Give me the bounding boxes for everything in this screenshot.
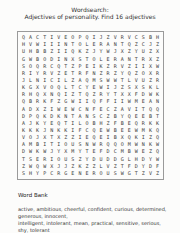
grid-cell: A: [76, 113, 83, 120]
grid-cell: X: [48, 163, 55, 170]
grid-cell: F: [133, 91, 140, 98]
grid-cell: Q: [83, 34, 90, 41]
grid-cell: K: [76, 163, 83, 170]
grid-cell: Z: [69, 63, 76, 70]
grid-cell: D: [91, 156, 98, 163]
grid-cell: W: [126, 98, 133, 105]
grid-cell: J: [34, 134, 41, 141]
grid-cell: D: [105, 156, 112, 163]
grid-cell: I: [91, 34, 98, 41]
grid-cell: Z: [133, 70, 140, 77]
grid-cell: V: [126, 106, 133, 113]
grid-cell: C: [112, 148, 119, 155]
grid-cell: Y: [133, 48, 140, 55]
grid-cell: X: [34, 84, 41, 91]
grid-cell: K: [55, 127, 62, 134]
grid-cell: G: [62, 98, 69, 105]
grid-cell: V: [119, 63, 126, 70]
grid-cell: K: [147, 120, 154, 127]
grid-cell: L: [76, 120, 83, 127]
grid-cell: Z: [91, 163, 98, 170]
grid-cell: Z: [147, 148, 154, 155]
grid-cell: Q: [105, 141, 112, 148]
page-title: Wordsearch: Adjectives of personality. F…: [0, 6, 180, 20]
grid-cell: X: [147, 70, 154, 77]
grid-cell: Q: [83, 77, 90, 84]
grid-cell: X: [69, 55, 76, 62]
grid-cell: Q: [91, 127, 98, 134]
grid-cell: X: [147, 55, 154, 62]
grid-cell: R: [112, 63, 119, 70]
grid-cell: S: [76, 55, 83, 62]
grid-cell: M: [91, 77, 98, 84]
grid-cell: O: [27, 63, 34, 70]
grid-cell: P: [27, 113, 34, 120]
grid-cell: E: [83, 170, 90, 177]
grid-cell: D: [27, 106, 34, 113]
grid-cell: Y: [105, 91, 112, 98]
grid-cell: W: [133, 148, 140, 155]
grid-cell: I: [76, 134, 83, 141]
grid-cell: G: [27, 84, 34, 91]
grid-cell: N: [48, 127, 55, 134]
grid-cell: R: [91, 170, 98, 177]
grid-cell: T: [48, 134, 55, 141]
grid-cell: U: [140, 48, 147, 55]
grid-cell: Z: [98, 70, 105, 77]
grid-cell: D: [105, 148, 112, 155]
grid-cell: Q: [69, 48, 76, 55]
grid-cell: T: [119, 163, 126, 170]
grid-cell: K: [147, 127, 154, 134]
grid-cell: D: [133, 163, 140, 170]
grid-cell: I: [140, 134, 147, 141]
grid-cell: S: [27, 156, 34, 163]
grid-cell: Z: [126, 63, 133, 70]
grid-cell: W: [27, 148, 34, 155]
grid-cell: E: [91, 41, 98, 48]
grid-cell: S: [69, 156, 76, 163]
grid-cell: R: [98, 91, 105, 98]
grid-cell: I: [133, 63, 140, 70]
grid-cell: K: [147, 84, 154, 91]
grid-cell: U: [105, 170, 112, 177]
grid-cell: Y: [140, 163, 147, 170]
grid-cell: X: [133, 84, 140, 91]
grid-cell: J: [55, 163, 62, 170]
grid-cell: O: [140, 70, 147, 77]
word-bank-label: Word Bank: [18, 192, 48, 198]
grid-cell: I: [62, 48, 69, 55]
grid-cell: O: [98, 170, 105, 177]
grid-cell: V: [112, 34, 119, 41]
grid-cell: V: [147, 170, 154, 177]
grid-cell: K: [154, 120, 161, 127]
grid-cell: C: [76, 84, 83, 91]
grid-cell: V: [55, 34, 62, 41]
grid-cell: D: [20, 113, 27, 120]
grid-cell: A: [27, 34, 34, 41]
grid-cell: T: [62, 63, 69, 70]
grid-cell: E: [98, 134, 105, 141]
grid-cell: O: [48, 84, 55, 91]
grid-cell: W: [112, 77, 119, 84]
grid-cell: Q: [55, 120, 62, 127]
grid-cell: K: [27, 127, 34, 134]
grid-cell: Z: [112, 70, 119, 77]
grid-cell: R: [154, 70, 161, 77]
grid-cell: H: [133, 156, 140, 163]
word-bank-line2: intelligent, intolerant, mean, practical…: [18, 220, 168, 233]
grid-cell: W: [27, 55, 34, 62]
grid-cell: T: [69, 70, 76, 77]
grid-cell: X: [119, 91, 126, 98]
grid-cell: O: [27, 134, 34, 141]
grid-cell: C: [98, 113, 105, 120]
grid-cell: Q: [55, 84, 62, 91]
grid-cell: E: [91, 84, 98, 91]
grid-cell: E: [140, 98, 147, 105]
grid-cell: Y: [98, 48, 105, 55]
grid-cell: K: [34, 127, 41, 134]
grid-cell: J: [112, 84, 119, 91]
grid-cell: M: [119, 148, 126, 155]
grid-cell: W: [98, 84, 105, 91]
grid-cell: Z: [105, 34, 112, 41]
grid-cell: Z: [55, 70, 62, 77]
grid-cell: L: [98, 55, 105, 62]
grid-cell: K: [20, 84, 27, 91]
grid-cell: T: [76, 91, 83, 98]
grid-cell: W: [41, 163, 48, 170]
grid-cell: Z: [83, 163, 90, 170]
grid-cell: L: [27, 77, 34, 84]
grid-cell: W: [119, 170, 126, 177]
grid-cell: I: [41, 41, 48, 48]
grid-cell: V: [27, 41, 34, 48]
grid-cell: I: [48, 41, 55, 48]
grid-cell: Y: [41, 120, 48, 127]
grid-cell: O: [69, 34, 76, 41]
grid-cell: R: [34, 98, 41, 105]
grid-cell: U: [69, 141, 76, 148]
grid-cell: V: [20, 134, 27, 141]
grid-cell: W: [41, 148, 48, 155]
grid-cell: Z: [154, 55, 161, 62]
grid-cell: B: [34, 141, 41, 148]
grid-cell: J: [20, 77, 27, 84]
grid-cell: N: [34, 77, 41, 84]
grid-cell: E: [98, 127, 105, 134]
grid-cell: E: [140, 148, 147, 155]
grid-cell: I: [55, 141, 62, 148]
grid-cell: F: [48, 98, 55, 105]
grid-cell: R: [41, 63, 48, 70]
grid-cell: R: [41, 70, 48, 77]
grid-cell: C: [48, 77, 55, 84]
grid-cell: Y: [147, 156, 154, 163]
grid-cell: G: [20, 55, 27, 62]
grid-cell: F: [91, 106, 98, 113]
grid-cell: I: [27, 70, 34, 77]
grid-cell: Q: [55, 91, 62, 98]
grid-cell: Y: [119, 113, 126, 120]
grid-cell: Z: [62, 134, 69, 141]
grid-cell: Z: [105, 120, 112, 127]
grid-cell: S: [140, 34, 147, 41]
grid-cell: D: [140, 156, 147, 163]
grid-cell: B: [126, 148, 133, 155]
grid-cell: W: [105, 48, 112, 55]
grid-cell: Y: [76, 148, 83, 155]
grid-cell: O: [91, 55, 98, 62]
grid-cell: A: [147, 98, 154, 105]
grid-cell: E: [133, 113, 140, 120]
grid-cell: Z: [69, 163, 76, 170]
grid-cell: E: [62, 70, 69, 77]
grid-cell: A: [119, 106, 126, 113]
grid-cell: T: [133, 55, 140, 62]
grid-cell: B: [34, 55, 41, 62]
grid-cell: E: [83, 63, 90, 70]
grid-cell: D: [140, 91, 147, 98]
grid-cell: K: [76, 48, 83, 55]
grid-cell: B: [147, 34, 154, 41]
grid-cell: E: [126, 120, 133, 127]
grid-cell: I: [41, 141, 48, 148]
grid-cell: V: [133, 77, 140, 84]
grid-cell: K: [34, 120, 41, 127]
grid-cell: I: [119, 98, 126, 105]
grid-cell: N: [48, 91, 55, 98]
grid-cell: E: [62, 106, 69, 113]
grid-cell: J: [62, 163, 69, 170]
grid-cell: X: [55, 134, 62, 141]
grid-cell: W: [27, 163, 34, 170]
grid-cell: A: [20, 120, 27, 127]
grid-cell: N: [83, 106, 90, 113]
grid-cell: Q: [112, 141, 119, 148]
grid-cell: U: [140, 77, 147, 84]
grid-cell: F: [126, 163, 133, 170]
grid-cell: H: [98, 120, 105, 127]
grid-cell: H: [27, 91, 34, 98]
grid-cell: F: [98, 98, 105, 105]
grid-cell: E: [126, 127, 133, 134]
grid-cell: X: [41, 134, 48, 141]
grid-cell: K: [20, 127, 27, 134]
grid-cell: T: [69, 41, 76, 48]
grid-cell: I: [69, 127, 76, 134]
grid-cell: C: [48, 170, 55, 177]
wordsearch-grid: QACTIVEOPQIJZVRVCSBHHVWIIINTOLERANTQZCJZ…: [17, 31, 164, 180]
grid-cell: Q: [154, 127, 161, 134]
grid-cell: X: [126, 91, 133, 98]
grid-cell: J: [112, 48, 119, 55]
grid-cell: R: [98, 41, 105, 48]
grid-cell: K: [55, 113, 62, 120]
grid-cell: L: [98, 163, 105, 170]
grid-cell: S: [126, 84, 133, 91]
grid-cell: Q: [34, 163, 41, 170]
grid-cell: S: [20, 170, 27, 177]
grid-cell: N: [126, 55, 133, 62]
grid-cell: E: [119, 127, 126, 134]
grid-cell: B: [112, 113, 119, 120]
grid-cell: T: [69, 84, 76, 91]
grid-cell: Q: [34, 113, 41, 120]
grid-cell: T: [20, 156, 27, 163]
grid-cell: F: [105, 98, 112, 105]
grid-cell: Z: [69, 91, 76, 98]
grid-cell: E: [98, 106, 105, 113]
grid-cell: N: [112, 41, 119, 48]
grid-cell: B: [27, 98, 34, 105]
grid-cell: Q: [126, 70, 133, 77]
grid-cell: I: [48, 106, 55, 113]
grid-cell: S: [140, 84, 147, 91]
grid-cell: Y: [34, 170, 41, 177]
grid-cell: Z: [154, 170, 161, 177]
grid-cell: O: [76, 41, 83, 48]
grid-cell: A: [20, 141, 27, 148]
grid-cell: K: [147, 141, 154, 148]
grid-cell: N: [83, 141, 90, 148]
grid-cell: Q: [20, 34, 27, 41]
grid-cell: K: [154, 91, 161, 98]
grid-cell: B: [112, 127, 119, 134]
grid-cell: X: [119, 134, 126, 141]
grid-cell: I: [55, 55, 62, 62]
grid-cell: B: [41, 48, 48, 55]
grid-cell: C: [133, 34, 140, 41]
grid-cell: E: [62, 34, 69, 41]
grid-cell: Q: [126, 134, 133, 141]
grid-cell: I: [41, 77, 48, 84]
grid-cell: N: [91, 70, 98, 77]
grid-cell: R: [20, 70, 27, 77]
grid-cell: J: [91, 48, 98, 55]
grid-cell: C: [34, 34, 41, 41]
grid-cell: Z: [119, 84, 126, 91]
grid-cell: O: [62, 141, 69, 148]
grid-cell: Z: [147, 134, 154, 141]
grid-cell: B: [147, 113, 154, 120]
grid-cell: W: [154, 156, 161, 163]
grid-cell: Z: [154, 41, 161, 48]
grid-cell: H: [27, 170, 34, 177]
grid-cell: J: [98, 34, 105, 41]
title-line2: Adjectives of personality. Find 16 adjec…: [0, 13, 180, 20]
grid-cell: T: [112, 91, 119, 98]
grid-cell: X: [62, 148, 69, 155]
grid-cell: D: [48, 113, 55, 120]
grid-cell: W: [105, 77, 112, 84]
grid-cell: I: [48, 34, 55, 41]
grid-cell: H: [154, 34, 161, 41]
grid-cell: T: [41, 34, 48, 41]
grid-cell: S: [20, 63, 27, 70]
grid-cell: C: [83, 127, 90, 134]
grid-cell: Q: [126, 113, 133, 120]
grid-cell: N: [62, 41, 69, 48]
grid-cell: I: [83, 98, 90, 105]
grid-cell: R: [105, 70, 112, 77]
grid-cell: U: [98, 156, 105, 163]
word-bank-line1: active, ambitious, cheerful, confident, …: [18, 206, 168, 220]
grid-cell: J: [48, 148, 55, 155]
grid-cell: L: [126, 156, 133, 163]
grid-cell: R: [41, 156, 48, 163]
grid-cell: K: [41, 98, 48, 105]
grid-cell: H: [20, 41, 27, 48]
grid-cell: R: [140, 120, 147, 127]
grid-cell: T: [48, 141, 55, 148]
grid-cell: X: [154, 48, 161, 55]
grid-cell: C: [76, 106, 83, 113]
grid-cell: Z: [140, 170, 147, 177]
grid-cell: A: [76, 77, 83, 84]
grid-cell: Z: [126, 48, 133, 55]
worksheet-page: Wordsearch: Adjectives of personality. F…: [0, 0, 180, 233]
grid-cell: I: [105, 134, 112, 141]
grid-cell: T: [140, 106, 147, 113]
grid-cell: E: [48, 120, 55, 127]
grid-cell: K: [98, 63, 105, 70]
grid-cell: V: [126, 34, 133, 41]
grid-cell: C: [105, 106, 112, 113]
grid-cell: O: [119, 141, 126, 148]
grid-cell: B: [91, 120, 98, 127]
grid-cell: D: [112, 156, 119, 163]
grid-cell: W: [147, 91, 154, 98]
grid-cell: G: [62, 170, 69, 177]
grid-cell: M: [140, 127, 147, 134]
grid-cell: Z: [48, 48, 55, 55]
grid-cell: X: [34, 106, 41, 113]
grid-cell: A: [105, 41, 112, 48]
grid-cell: E: [91, 148, 98, 155]
grid-cell: Z: [91, 91, 98, 98]
grid-cell: Z: [105, 113, 112, 120]
grid-cell: N: [62, 113, 69, 120]
grid-cell: K: [34, 148, 41, 155]
grid-cell: S: [76, 141, 83, 148]
grid-cell: Z: [133, 41, 140, 48]
grid-cell: I: [62, 91, 69, 98]
grid-cell: I: [91, 63, 98, 70]
grid-cell: Z: [69, 77, 76, 84]
grid-cell: T: [154, 113, 161, 120]
grid-cell: X: [41, 91, 48, 98]
grid-cell: R: [119, 34, 126, 41]
grid-cell: Q: [91, 134, 98, 141]
grid-cell: O: [55, 156, 62, 163]
grid-cell: Z: [83, 48, 90, 55]
grid-cell: K: [133, 134, 140, 141]
grid-cell: F: [76, 127, 83, 134]
grid-cell: V: [41, 84, 48, 91]
grid-cell: E: [69, 170, 76, 177]
grid-cell: I: [55, 41, 62, 48]
grid-cell: J: [41, 127, 48, 134]
grid-cell: I: [48, 156, 55, 163]
grid-cell: T: [83, 148, 90, 155]
grid-cell: Y: [119, 70, 126, 77]
grid-cell: W: [69, 98, 76, 105]
grid-cell: F: [112, 120, 119, 127]
grid-cell: W: [91, 141, 98, 148]
